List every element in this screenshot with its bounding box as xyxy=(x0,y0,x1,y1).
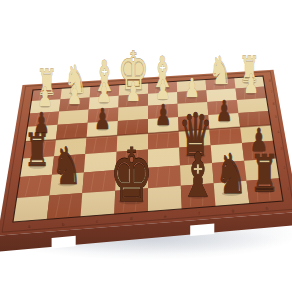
file-label-h: h xyxy=(266,206,269,211)
piece-cream-knight-g8: ♞ xyxy=(209,48,232,93)
piece-walnut-pawn-e5: ♟ xyxy=(155,98,172,132)
rank-label-7: 7 xyxy=(271,90,273,94)
chess-set-photo: abcdefgh12345678♜♞♝♚♝♞♜♟♟♟♟♟♟♟♟♟♟♟♜♛♟♞♚♝… xyxy=(0,0,292,292)
file-label-e: e xyxy=(164,214,167,219)
file-label-b: b xyxy=(62,222,65,227)
board-foot-notch xyxy=(190,224,214,237)
piece-cream-pawn-h7: ♟ xyxy=(243,68,258,99)
piece-walnut-bishop-f1: ♝ xyxy=(180,140,215,210)
piece-cream-pawn-f7: ♟ xyxy=(184,72,199,103)
file-label-g: g xyxy=(232,208,235,213)
piece-cream-pawn-d7: ♟ xyxy=(126,76,141,107)
rank-label-5: 5 xyxy=(275,115,277,119)
piece-walnut-knight-b2: ♞ xyxy=(52,135,82,195)
piece-walnut-rook-a3: ♜ xyxy=(24,124,51,177)
piece-cream-pawn-b7: ♟ xyxy=(67,79,82,110)
piece-walnut-knight-g1: ♞ xyxy=(215,142,247,206)
file-label-a: a xyxy=(28,224,31,229)
piece-walnut-pawn-g5: ♟ xyxy=(216,94,233,128)
board-foot-notch xyxy=(52,236,76,249)
piece-walnut-rook-h1: ♜ xyxy=(250,143,280,202)
rank-label-1: 1 xyxy=(287,187,289,191)
rank-label-2: 2 xyxy=(283,166,285,170)
piece-walnut-king-d1: ♚ xyxy=(110,132,154,218)
rank-label-3: 3 xyxy=(280,147,282,151)
piece-walnut-pawn-c5: ♟ xyxy=(94,102,111,136)
chess-board: abcdefgh12345678♜♞♝♚♝♞♜♟♟♟♟♟♟♟♟♟♟♟♜♛♟♞♚♝… xyxy=(0,0,292,292)
